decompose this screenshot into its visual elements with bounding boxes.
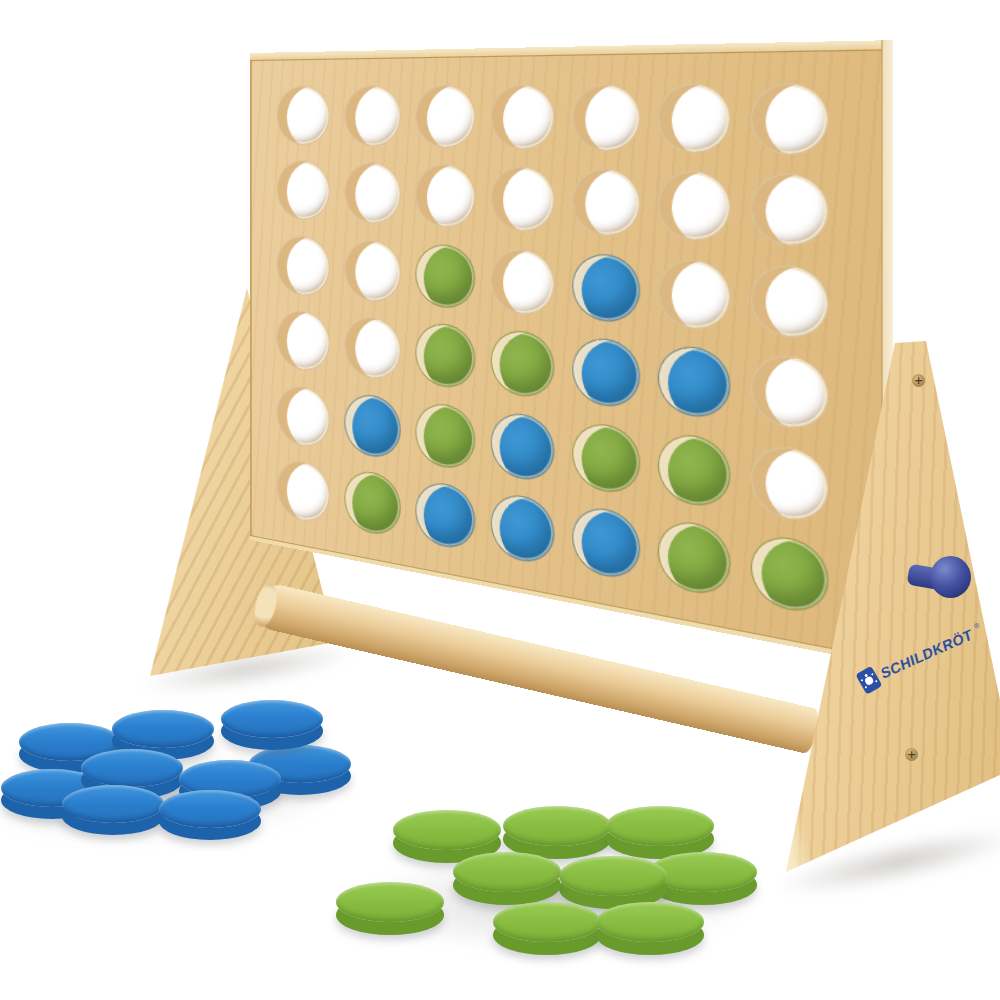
empty-hole [344,85,400,147]
empty-hole [572,168,640,238]
empty-hole [415,85,475,149]
cell-r6c5[interactable] [564,494,650,594]
green-disc-in-hole [658,518,731,600]
green-disc-in-hole [415,400,475,471]
empty-hole [491,84,555,150]
green-disc[interactable] [453,852,561,892]
empty-hole [491,247,555,317]
cell-r6c7[interactable] [741,521,839,629]
cell-r4c4[interactable] [483,319,563,410]
cell-r4c3[interactable] [408,313,483,401]
empty-hole [277,457,330,525]
blue-disc-in-hole [658,344,731,421]
green-disc-in-hole [658,431,731,510]
cell-r1c5[interactable] [564,74,650,161]
empty-hole [344,315,400,382]
green-disc[interactable] [393,810,501,850]
registered-mark: ® [973,621,981,629]
cell-r2c4[interactable] [483,157,563,243]
blue-disc[interactable] [159,790,261,828]
cell-r6c3[interactable] [408,470,483,563]
cell-r6c1[interactable] [270,449,337,536]
logo-text: SCHILDKRÖT [879,626,974,682]
green-disc-in-hole [750,532,828,617]
empty-hole [572,84,640,152]
green-disc[interactable] [606,806,714,846]
empty-hole [277,85,330,145]
empty-hole [344,162,400,225]
cell-r3c6[interactable] [649,248,741,343]
cell-r5c7[interactable] [741,432,839,537]
empty-hole [658,83,731,153]
blue-disc[interactable] [112,710,214,748]
green-disc-in-hole [344,468,400,539]
empty-hole [277,309,330,374]
screw-icon: + [905,748,918,761]
cell-r3c1[interactable] [270,226,337,306]
green-disc[interactable] [493,902,601,942]
blue-disc[interactable] [221,700,323,738]
board [250,49,883,657]
empty-hole [344,238,400,303]
cell-r2c6[interactable] [649,161,741,253]
empty-hole [750,173,828,248]
schildkrot-logo: SCHILDKRÖT ® [854,609,1000,697]
cell-r2c1[interactable] [270,152,337,230]
cell-r4c6[interactable] [649,334,741,432]
cell-r4c2[interactable] [337,306,408,391]
empty-hole [491,166,555,234]
cell-r1c1[interactable] [270,77,337,153]
cell-r1c6[interactable] [649,74,741,164]
cell-r5c3[interactable] [408,391,483,481]
cell-r1c2[interactable] [337,77,408,156]
cell-r5c1[interactable] [270,374,337,458]
cell-r2c7[interactable] [741,163,839,258]
empty-hole [415,164,475,229]
blue-disc-in-hole [572,252,640,324]
blue-disc-in-hole [491,410,555,484]
empty-hole [750,442,828,525]
blue-disc-in-hole [491,491,555,567]
product-photo-connect-four: + + SCHILDKRÖT ® [0,0,1000,1000]
cell-r3c5[interactable] [564,243,650,334]
cell-r2c3[interactable] [408,155,483,238]
blue-disc[interactable] [81,749,183,787]
empty-hole [277,160,330,222]
empty-hole [658,170,731,242]
cell-r4c1[interactable] [270,300,337,382]
green-disc[interactable] [336,882,444,922]
cell-r1c3[interactable] [408,76,483,157]
cell-r2c5[interactable] [564,159,650,248]
cell-r6c2[interactable] [337,459,408,549]
green-disc-in-hole [415,243,475,310]
green-disc-in-hole [415,322,475,391]
blue-disc-in-hole [415,479,475,552]
cell-r2c2[interactable] [337,154,408,234]
cell-r6c4[interactable] [483,482,563,578]
turtle-shield-icon [855,665,882,694]
cell-r6c6[interactable] [649,507,741,611]
cell-r1c4[interactable] [483,75,563,159]
cell-r5c4[interactable] [483,400,563,494]
cell-r3c7[interactable] [741,253,839,351]
cell-r3c2[interactable] [337,230,408,313]
cell-r3c4[interactable] [483,238,563,326]
empty-hole [750,83,828,156]
cell-r4c5[interactable] [564,326,650,420]
screw-icon: + [912,374,925,387]
cell-r1c7[interactable] [741,73,839,166]
empty-hole [658,257,731,332]
blue-disc-in-hole [344,392,400,461]
green-disc-in-hole [491,329,555,401]
empty-hole [277,234,330,297]
release-knob[interactable] [930,556,971,598]
empty-hole [277,383,330,450]
cell-r4c7[interactable] [741,342,839,443]
blue-disc-in-hole [572,504,640,583]
cell-r5c5[interactable] [564,410,650,507]
cell-r3c3[interactable] [408,234,483,319]
blue-disc-in-hole [572,336,640,410]
empty-hole [750,353,828,433]
hole-grid [252,49,883,657]
cell-r5c6[interactable] [649,421,741,522]
empty-hole [750,263,828,341]
green-disc[interactable] [596,902,704,942]
green-disc[interactable] [503,806,611,846]
green-disc[interactable] [559,856,667,896]
green-disc-in-hole [572,420,640,497]
cell-r5c2[interactable] [337,383,408,470]
blue-disc[interactable] [62,785,164,823]
